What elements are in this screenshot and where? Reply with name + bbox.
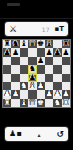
square-e6[interactable]: ♟ xyxy=(37,57,45,65)
square-b1[interactable] xyxy=(11,99,19,107)
black-king: ♚ xyxy=(37,40,44,48)
black-rook: ♜ xyxy=(4,40,11,48)
square-e3[interactable]: ♟ xyxy=(37,82,45,90)
black-pawn: ♟ xyxy=(37,57,44,65)
square-c8[interactable]: ♝ xyxy=(20,40,28,48)
white-knight: ♞ xyxy=(20,82,27,90)
square-a5[interactable] xyxy=(3,65,11,73)
square-a8[interactable]: ♜ xyxy=(3,40,11,48)
engine-indicator-icon: ▴ xyxy=(38,131,41,138)
black-bishop: ♝ xyxy=(45,40,52,48)
players-pieces-icon[interactable]: ♟▪ xyxy=(9,130,22,138)
square-g7[interactable]: ♟ xyxy=(53,48,61,56)
black-pawn: ♟ xyxy=(62,48,69,56)
status-divider xyxy=(0,18,73,19)
undo-icon[interactable]: ↺ xyxy=(56,130,64,139)
square-a1[interactable]: ♜ xyxy=(3,99,11,107)
white-pawn: ♟ xyxy=(62,90,69,98)
black-knight: ♞ xyxy=(12,40,19,48)
square-d6[interactable] xyxy=(28,57,36,65)
square-h5[interactable] xyxy=(62,65,70,73)
square-d5[interactable]: ♞ xyxy=(28,65,36,73)
square-f3[interactable] xyxy=(45,82,53,90)
square-f2[interactable]: ♟ xyxy=(45,90,53,98)
white-pawn: ♟ xyxy=(4,90,11,98)
square-b2[interactable]: ♟ xyxy=(11,90,19,98)
chess-board[interactable]: ♜♞♝♛♚♝♜♟♟♟♟♟♟♞♟♞♝♟♟♟♟♟♟♜♝♛♚♞♜ xyxy=(3,40,70,107)
square-c7[interactable] xyxy=(20,48,28,56)
square-f5[interactable] xyxy=(45,65,53,73)
black-bishop: ♝ xyxy=(20,40,27,48)
square-h1[interactable]: ♜ xyxy=(62,99,70,107)
square-h2[interactable]: ♟ xyxy=(62,90,70,98)
white-pawn: ♟ xyxy=(54,90,61,98)
square-c3[interactable]: ♞ xyxy=(20,82,28,90)
square-a6[interactable] xyxy=(3,57,11,65)
square-g4[interactable] xyxy=(53,74,61,82)
square-b5[interactable] xyxy=(11,65,19,73)
square-g3[interactable] xyxy=(53,82,61,90)
square-b7[interactable]: ♟ xyxy=(11,48,19,56)
square-d8[interactable]: ♛ xyxy=(28,40,36,48)
square-h6[interactable] xyxy=(62,57,70,65)
square-b4[interactable] xyxy=(11,74,19,82)
square-g6[interactable] xyxy=(53,57,61,65)
square-f7[interactable]: ♟ xyxy=(45,48,53,56)
square-g1[interactable]: ♞ xyxy=(53,99,61,107)
white-pawn: ♟ xyxy=(37,82,44,90)
black-pawn: ♟ xyxy=(29,74,36,82)
square-a3[interactable] xyxy=(3,82,11,90)
white-queen: ♛ xyxy=(29,99,36,107)
white-knight: ♞ xyxy=(54,99,61,107)
square-f1[interactable] xyxy=(45,99,53,107)
square-a2[interactable]: ♟ xyxy=(3,90,11,98)
square-d1[interactable]: ♛ xyxy=(28,99,36,107)
square-e2[interactable] xyxy=(37,90,45,98)
white-pawn: ♟ xyxy=(12,90,19,98)
square-g5[interactable] xyxy=(53,65,61,73)
square-c4[interactable] xyxy=(20,74,28,82)
square-h7[interactable]: ♟ xyxy=(62,48,70,56)
square-d3[interactable]: ♝ xyxy=(28,82,36,90)
white-pawn: ♟ xyxy=(45,90,52,98)
square-f4[interactable] xyxy=(45,74,53,82)
square-e5[interactable] xyxy=(37,65,45,73)
square-c6[interactable] xyxy=(20,57,28,65)
status-indicator xyxy=(7,3,20,6)
square-f8[interactable]: ♝ xyxy=(45,40,53,48)
square-b8[interactable]: ♞ xyxy=(11,40,19,48)
top-toolbar: ⚔ 17 ▪T xyxy=(5,22,68,36)
black-pawn: ♟ xyxy=(45,48,52,56)
square-c1[interactable]: ♝ xyxy=(20,99,28,107)
black-rook: ♜ xyxy=(62,40,69,48)
square-c5[interactable] xyxy=(20,65,28,73)
square-e7[interactable] xyxy=(37,48,45,56)
square-a4[interactable] xyxy=(3,74,11,82)
white-rook: ♜ xyxy=(4,99,11,107)
square-e8[interactable]: ♚ xyxy=(37,40,45,48)
black-pawn: ♟ xyxy=(12,48,19,56)
black-pawn: ♟ xyxy=(54,48,61,56)
white-bishop: ♝ xyxy=(29,82,36,90)
black-queen: ♛ xyxy=(29,40,36,48)
crossed-swords-icon[interactable]: ⚔ xyxy=(9,25,17,34)
square-h8[interactable]: ♜ xyxy=(62,40,70,48)
black-knight: ♞ xyxy=(29,65,36,73)
square-c2[interactable] xyxy=(20,90,28,98)
square-d2[interactable] xyxy=(28,90,36,98)
square-g2[interactable]: ♟ xyxy=(53,90,61,98)
black-pawn: ♟ xyxy=(4,48,11,56)
square-g8[interactable] xyxy=(53,40,61,48)
move-counter: 17 xyxy=(42,26,50,33)
square-e4[interactable] xyxy=(37,74,45,82)
square-f6[interactable] xyxy=(45,57,53,65)
square-h4[interactable] xyxy=(62,74,70,82)
piece-theme-icon[interactable]: ▪T xyxy=(54,26,64,33)
white-rook: ♜ xyxy=(62,99,69,107)
bottom-toolbar: ♟▪ ▴ ↺ xyxy=(5,127,68,141)
square-b3[interactable] xyxy=(11,82,19,90)
white-king: ♚ xyxy=(37,99,44,107)
square-h3[interactable] xyxy=(62,82,70,90)
square-d4[interactable]: ♟ xyxy=(28,74,36,82)
square-e1[interactable]: ♚ xyxy=(37,99,45,107)
square-a7[interactable]: ♟ xyxy=(3,48,11,56)
white-bishop: ♝ xyxy=(20,99,27,107)
square-b6[interactable] xyxy=(11,57,19,65)
square-d7[interactable] xyxy=(28,48,36,56)
